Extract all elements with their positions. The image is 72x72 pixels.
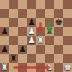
- square-d8[interactable]: [27, 0, 36, 9]
- square-c7[interactable]: [18, 9, 27, 18]
- piece-white-knight[interactable]: ♞: [45, 62, 54, 72]
- square-b2[interactable]: ♜: [9, 54, 18, 63]
- square-b5[interactable]: [9, 27, 18, 36]
- piece-black-pawn[interactable]: ♟: [0, 26, 9, 36]
- square-c6[interactable]: [18, 18, 27, 27]
- square-g3[interactable]: [54, 45, 63, 54]
- square-b1[interactable]: [9, 63, 18, 72]
- square-e1[interactable]: [36, 63, 45, 72]
- square-a5[interactable]: ♟: [0, 27, 9, 36]
- square-c8[interactable]: [18, 0, 27, 9]
- square-b4[interactable]: [9, 36, 18, 45]
- square-g2[interactable]: [54, 54, 63, 63]
- square-h3[interactable]: [63, 45, 72, 54]
- square-b8[interactable]: [9, 0, 18, 9]
- piece-black-pawn[interactable]: ♟: [18, 44, 27, 54]
- square-f5[interactable]: ♜: [45, 27, 54, 36]
- square-e6[interactable]: [36, 18, 45, 27]
- square-f7[interactable]: [45, 9, 54, 18]
- square-d4[interactable]: ♟: [27, 36, 36, 45]
- square-h7[interactable]: [63, 9, 72, 18]
- chess-board-wrapper: ♟♚♟♟♜♟♜♟♟♜♜♞♚: [0, 0, 72, 72]
- chess-board[interactable]: ♟♚♟♟♜♟♜♟♟♜♜♞♚: [0, 0, 72, 72]
- piece-white-pawn[interactable]: ♟: [27, 35, 36, 45]
- square-h5[interactable]: [63, 27, 72, 36]
- square-f3[interactable]: [45, 45, 54, 54]
- square-h8[interactable]: [63, 0, 72, 9]
- square-d3[interactable]: [27, 45, 36, 54]
- square-e3[interactable]: [36, 45, 45, 54]
- square-e4[interactable]: ♜: [36, 36, 45, 45]
- piece-white-rook[interactable]: ♜: [0, 62, 9, 72]
- square-f4[interactable]: [45, 36, 54, 45]
- piece-black-king[interactable]: ♚: [54, 17, 63, 27]
- square-g4[interactable]: [54, 36, 63, 45]
- square-b7[interactable]: [9, 9, 18, 18]
- square-d1[interactable]: [27, 63, 36, 72]
- square-g6[interactable]: ♚: [54, 18, 63, 27]
- square-a1[interactable]: ♜: [0, 63, 9, 72]
- piece-white-king[interactable]: ♚: [63, 62, 72, 72]
- square-c2[interactable]: [18, 54, 27, 63]
- square-f1[interactable]: ♞: [45, 63, 54, 72]
- square-e2[interactable]: [36, 54, 45, 63]
- square-f8[interactable]: [45, 0, 54, 9]
- piece-white-rook[interactable]: ♜: [36, 35, 45, 45]
- square-a8[interactable]: [0, 0, 9, 9]
- square-h4[interactable]: [63, 36, 72, 45]
- square-e8[interactable]: [36, 0, 45, 9]
- square-g1[interactable]: [54, 63, 63, 72]
- piece-black-rook[interactable]: ♜: [9, 53, 18, 63]
- square-b6[interactable]: [9, 18, 18, 27]
- piece-black-pawn[interactable]: ♟: [0, 44, 9, 54]
- square-d2[interactable]: [27, 54, 36, 63]
- square-g8[interactable]: [54, 0, 63, 9]
- piece-black-rook[interactable]: ♜: [45, 26, 54, 36]
- square-g5[interactable]: [54, 27, 63, 36]
- square-c3[interactable]: ♟: [18, 45, 27, 54]
- square-c5[interactable]: [18, 27, 27, 36]
- square-h6[interactable]: [63, 18, 72, 27]
- square-e7[interactable]: [36, 9, 45, 18]
- square-a3[interactable]: ♟: [0, 45, 9, 54]
- square-a7[interactable]: [0, 9, 9, 18]
- square-c1[interactable]: [18, 63, 27, 72]
- square-h1[interactable]: ♚: [63, 63, 72, 72]
